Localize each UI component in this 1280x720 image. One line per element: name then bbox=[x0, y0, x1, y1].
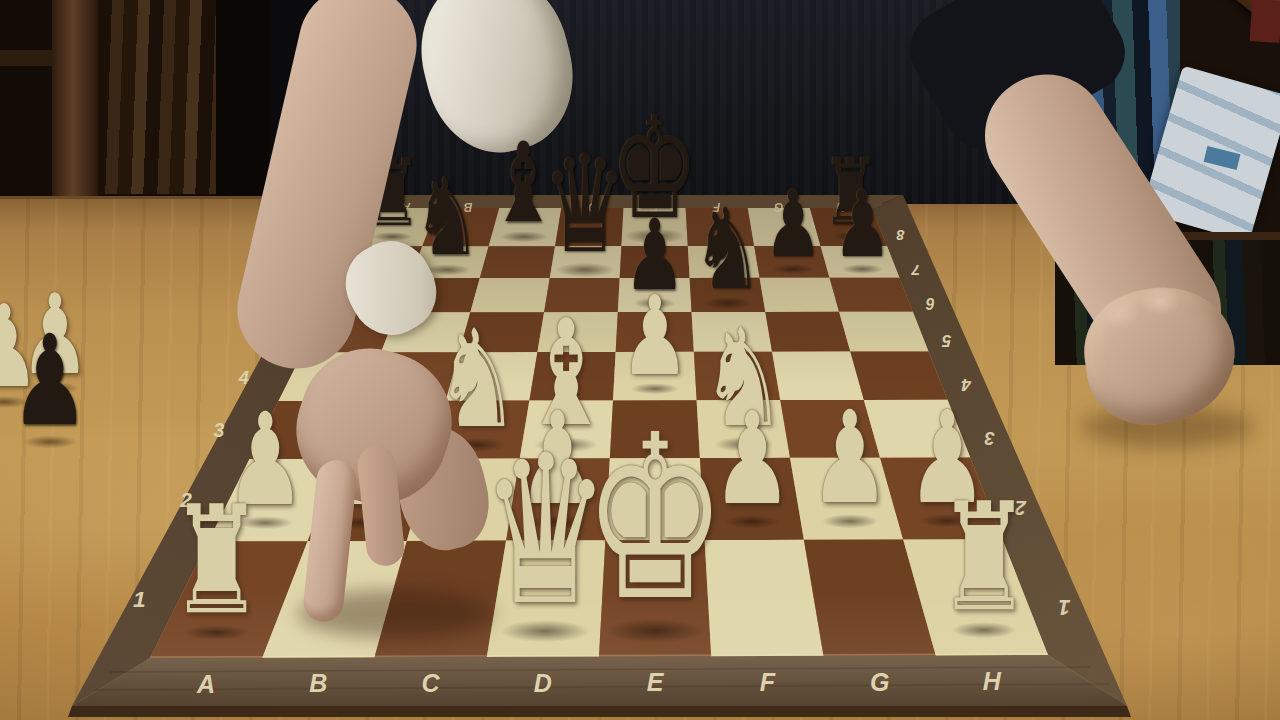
rank-label-right-1: 1 bbox=[1058, 595, 1070, 620]
file-label-bottom-C: C bbox=[422, 669, 441, 697]
file-label-bottom-D: D bbox=[534, 669, 552, 697]
rank-label-left-1: 1 bbox=[133, 586, 146, 612]
knuckle-highlight bbox=[1098, 296, 1140, 330]
board-front-edge bbox=[68, 706, 1131, 717]
piece-black-pawn-g7[interactable]: ♟ bbox=[764, 178, 823, 271]
board-front-rail bbox=[72, 655, 1127, 706]
rank-label-left-3: 3 bbox=[213, 419, 224, 441]
rank-label-right-6: 6 bbox=[926, 295, 935, 312]
piece-black-pawn-h7[interactable]: ♟ bbox=[833, 178, 892, 271]
file-label-bottom-A: A bbox=[196, 670, 215, 698]
file-label-bottom-E: E bbox=[647, 668, 665, 696]
piece-black-queen-d7[interactable]: ♛ bbox=[543, 137, 628, 272]
rank-label-right-5: 5 bbox=[941, 332, 951, 350]
piece-black-knight-b7[interactable]: ♞ bbox=[413, 165, 481, 272]
piece-white-king-e1[interactable]: ♚ bbox=[583, 406, 726, 633]
captured-black-pawn[interactable]: ♟ bbox=[11, 319, 90, 444]
piece-black-knight-f6[interactable]: ♞ bbox=[692, 193, 763, 306]
piece-white-pawn-g2[interactable]: ♟ bbox=[810, 396, 891, 524]
rank-label-left-4: 4 bbox=[238, 367, 249, 388]
square-h5[interactable] bbox=[839, 312, 928, 352]
rank-label-right-8: 8 bbox=[896, 227, 904, 243]
file-label-bottom-G: G bbox=[870, 668, 889, 696]
file-label-bottom-F: F bbox=[760, 668, 776, 696]
square-h6[interactable] bbox=[830, 278, 913, 312]
file-label-bottom-B: B bbox=[309, 669, 327, 697]
file-label-bottom-H: H bbox=[983, 667, 1002, 695]
scene: ABCDEFGH1234567812345678ABCDEFGH ♜♞♝♛♚♟♞… bbox=[0, 0, 1280, 720]
rank-label-right-7: 7 bbox=[911, 262, 920, 279]
piece-white-pawn-e4[interactable]: ♟ bbox=[620, 281, 689, 391]
piece-white-rook-a1[interactable]: ♜ bbox=[169, 485, 263, 634]
knuckle-highlight bbox=[1140, 286, 1180, 316]
piece-white-rook-h1[interactable]: ♜ bbox=[937, 483, 1031, 632]
